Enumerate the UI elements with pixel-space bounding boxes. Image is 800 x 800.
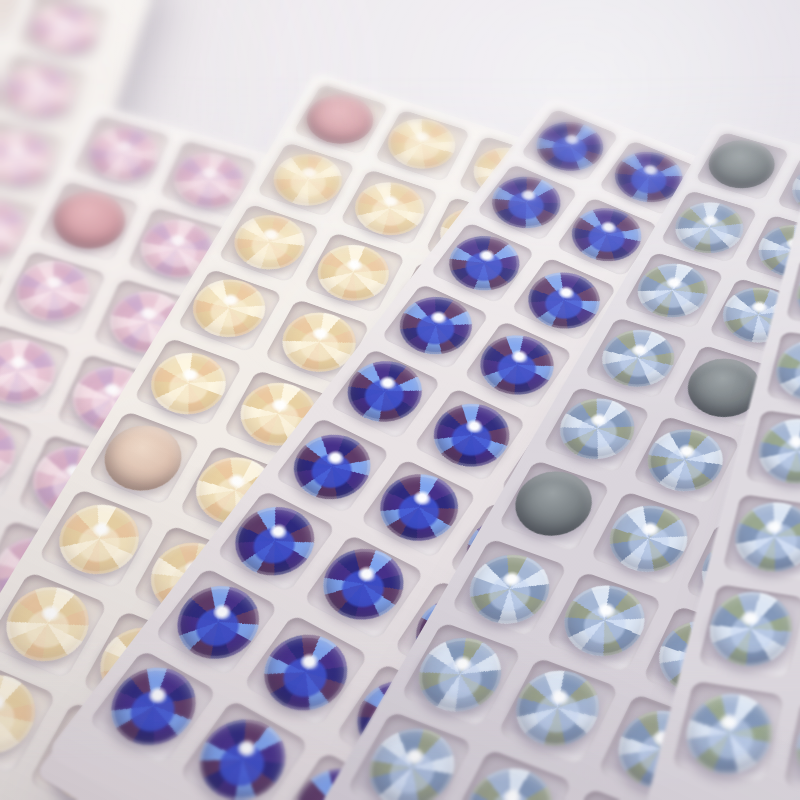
rhinestone-chaton [181, 271, 277, 347]
rhinestone-matte-grey [502, 462, 604, 546]
tray-cell [1, 250, 107, 336]
tray-cell [786, 257, 800, 330]
rhinestone-chaton [452, 756, 567, 800]
rhinestone-chaton [0, 330, 67, 413]
rhinestone-chaton [386, 287, 485, 366]
rhinestone-chaton [263, 146, 353, 214]
tray-cell [745, 410, 800, 493]
tray-cell [133, 337, 243, 426]
rhinestone-chaton [404, 627, 515, 723]
tray-cell [293, 84, 389, 155]
rhinestone-chaton [467, 325, 567, 406]
rhinestone-chaton [769, 335, 800, 405]
tray-cell [374, 109, 470, 182]
tray-cell [274, 417, 391, 514]
rhinestone-chaton [525, 113, 615, 180]
tray-cell [359, 459, 477, 560]
rhinestone-chaton [627, 256, 719, 326]
tray-cell [177, 269, 283, 353]
tray-cell [632, 415, 741, 504]
tray-cell [695, 132, 790, 201]
tray-cell [303, 534, 425, 641]
rhinestone-chaton [94, 654, 212, 760]
rhinestone-chaton [45, 494, 152, 586]
rhinestone-chaton [727, 497, 800, 577]
tray-cell [218, 204, 321, 283]
rhinestone-chaton [365, 462, 472, 553]
rhinestone-chaton [306, 236, 399, 310]
rhinestone-chaton [665, 195, 754, 261]
tray-cell [623, 252, 724, 329]
tray-cell [37, 181, 139, 262]
rhinestone-chaton [480, 167, 573, 237]
rhinestone-chaton [789, 702, 800, 796]
tray-cell [698, 584, 800, 679]
tray-cell [584, 317, 689, 399]
rhinestone-chaton [456, 545, 562, 635]
rhinestone-chaton [0, 407, 28, 496]
tray-cell [400, 622, 522, 728]
rhinestone-chaton [597, 496, 699, 582]
tray-cell [380, 283, 489, 370]
tray-cell [545, 571, 662, 673]
rhinestone-chaton [354, 717, 469, 800]
rhinestone-chaton [548, 390, 646, 469]
tray-cell [722, 494, 800, 583]
rhinestone-chaton [220, 495, 330, 589]
tray-cell [672, 681, 785, 784]
rhinestone-chaton [79, 120, 169, 189]
rhinestone-matte-tan [91, 415, 194, 501]
tray-cell [256, 142, 355, 217]
tray-cell [660, 190, 758, 263]
tray-cell [329, 348, 442, 440]
rhinestone-chaton [333, 350, 435, 433]
rhinestone-chaton [308, 536, 419, 633]
rhinestone-matte-rose [296, 88, 383, 152]
tray-cell [87, 411, 201, 506]
rhinestone-chaton [420, 393, 523, 479]
tray-cell [0, 55, 87, 128]
tray-cell [590, 491, 703, 586]
rhinestone-chaton [344, 174, 434, 244]
tray-cell [429, 222, 535, 304]
rhinestone-chaton [678, 687, 780, 780]
rhinestone-chaton [23, 0, 105, 61]
rhinestone-chaton [279, 423, 385, 511]
rhinestone-chaton [378, 111, 465, 177]
rhinestone-chaton [0, 58, 81, 124]
rhinestone-chaton [0, 663, 50, 768]
tray-cell [413, 387, 527, 482]
tray-cell [766, 331, 800, 409]
rhinestone-chaton [5, 252, 101, 330]
photo-of-rhinestone-trays [0, 0, 800, 800]
rhinestone-chaton [223, 207, 316, 279]
rhinestone-chaton [701, 586, 799, 672]
tray-cell [783, 698, 800, 800]
rhinestone-chaton [502, 660, 613, 758]
rhinestone-chaton [791, 262, 800, 328]
tray-cell [542, 386, 651, 473]
tray-cell [498, 460, 611, 553]
rhinestone-chaton [783, 159, 800, 223]
tray-cell [303, 232, 406, 313]
rhinestone-chaton [636, 420, 735, 501]
rhinestone-matte-rose [43, 184, 136, 257]
rhinestone-chaton [183, 705, 302, 800]
rhinestone-chaton [0, 576, 103, 674]
tray-cell [339, 169, 438, 246]
tray-cell [0, 571, 108, 679]
tray-cell [18, 0, 109, 63]
rhinestone-chaton [590, 321, 685, 395]
tray-cell [520, 108, 620, 182]
rhinestone-chaton [436, 226, 532, 300]
rhinestone-chaton [138, 343, 238, 424]
tray-cell [0, 324, 72, 416]
rhinestone-chaton [248, 621, 363, 725]
rhinestone-chaton [752, 414, 800, 489]
rhinestone-chaton [161, 573, 275, 673]
rhinestone-chaton [551, 575, 657, 667]
tray-cell [497, 657, 619, 766]
tray-cell [476, 164, 579, 242]
tray-cell [72, 115, 171, 191]
tray-cell [38, 488, 157, 589]
rhinestone-matte-grey [698, 133, 784, 195]
tray-cell [450, 538, 567, 637]
